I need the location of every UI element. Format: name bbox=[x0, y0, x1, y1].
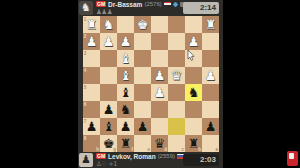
black-n-piece: ♞ bbox=[188, 85, 200, 100]
square-h7[interactable]: ♟7 bbox=[83, 118, 100, 135]
mouse-cursor-icon bbox=[187, 50, 195, 61]
square-g1[interactable]: ♞ bbox=[100, 16, 117, 33]
square-f2[interactable]: ♟ bbox=[117, 33, 134, 50]
square-e8[interactable]: e bbox=[134, 135, 151, 152]
square-f4[interactable]: ♝ bbox=[117, 67, 134, 84]
square-a4[interactable]: ♟ bbox=[202, 67, 219, 84]
black-p-piece: ♟ bbox=[137, 119, 149, 134]
square-c1[interactable] bbox=[168, 16, 185, 33]
avatar[interactable]: ♞ bbox=[79, 1, 93, 15]
square-d5[interactable]: ♟ bbox=[151, 84, 168, 101]
chess-board[interactable]: ♜1♞♚♜♟2♟♟♟3♝4♝♟♛♟5♝♟♞6♟♞♟7♝♟♟♟8h♚g♜fe♛dc… bbox=[83, 16, 219, 152]
title-badge: GM bbox=[96, 1, 106, 7]
square-g6[interactable]: ♟ bbox=[100, 101, 117, 118]
square-c3[interactable] bbox=[168, 50, 185, 67]
square-e6[interactable] bbox=[134, 101, 151, 118]
watermark-logo bbox=[287, 151, 298, 166]
player-rating: (2559) bbox=[158, 153, 175, 159]
square-h4[interactable]: 4 bbox=[83, 67, 100, 84]
square-e1[interactable]: ♚ bbox=[134, 16, 151, 33]
square-h3[interactable]: 3 bbox=[83, 50, 100, 67]
square-d7[interactable] bbox=[151, 118, 168, 135]
rank-label: 7 bbox=[84, 119, 87, 124]
black-p-piece: ♟ bbox=[103, 102, 115, 117]
rank-label: 1 bbox=[84, 17, 87, 22]
player-name[interactable]: Dr-Bassam bbox=[108, 1, 142, 8]
square-d6[interactable] bbox=[151, 101, 168, 118]
avatar[interactable]: ♟ bbox=[79, 153, 93, 167]
rank-label: 6 bbox=[84, 102, 87, 107]
square-e4[interactable] bbox=[134, 67, 151, 84]
white-q-piece: ♛ bbox=[171, 68, 183, 83]
black-b-piece: ♝ bbox=[120, 85, 132, 100]
white-p-piece: ♟ bbox=[120, 34, 132, 49]
white-p-piece: ♟ bbox=[154, 85, 166, 100]
square-d1[interactable] bbox=[151, 16, 168, 33]
watermark-logo-inner bbox=[289, 153, 294, 159]
square-b5[interactable]: ♞ bbox=[185, 84, 202, 101]
square-f7[interactable]: ♟ bbox=[117, 118, 134, 135]
square-g8[interactable]: ♚g bbox=[100, 135, 117, 152]
player-name[interactable]: Levkov, Roman bbox=[108, 153, 156, 160]
rank-label: 2 bbox=[84, 34, 87, 39]
square-e3[interactable] bbox=[134, 50, 151, 67]
square-d4[interactable]: ♟ bbox=[151, 67, 168, 84]
rank-label: 8 bbox=[84, 136, 87, 141]
file-label: b bbox=[198, 147, 201, 152]
white-r-piece: ♜ bbox=[86, 17, 98, 32]
white-p-piece: ♟ bbox=[188, 34, 200, 49]
square-c7[interactable] bbox=[168, 118, 185, 135]
title-badge: GM bbox=[96, 153, 106, 159]
square-f8[interactable]: ♜f bbox=[117, 135, 134, 152]
square-a3[interactable] bbox=[202, 50, 219, 67]
black-b-piece: ♝ bbox=[103, 119, 115, 134]
square-b7[interactable] bbox=[185, 118, 202, 135]
square-c8[interactable]: c bbox=[168, 135, 185, 152]
square-d8[interactable]: ♛d bbox=[151, 135, 168, 152]
black-p-piece: ♟ bbox=[205, 119, 217, 134]
white-p-piece: ♟ bbox=[103, 34, 115, 49]
black-p-piece: ♟ bbox=[86, 119, 98, 134]
black-p-piece: ♟ bbox=[120, 119, 132, 134]
square-e7[interactable]: ♟ bbox=[134, 118, 151, 135]
square-b2[interactable]: ♟ bbox=[185, 33, 202, 50]
square-b4[interactable] bbox=[185, 67, 202, 84]
video-frame: ♞ GM Dr-Bassam (2576) ♟♟♟ 2:14 ♟ GM Levk bbox=[0, 0, 300, 168]
white-k-piece: ♚ bbox=[137, 17, 149, 32]
square-a5[interactable] bbox=[202, 84, 219, 101]
square-c6[interactable] bbox=[168, 101, 185, 118]
square-g7[interactable]: ♝ bbox=[100, 118, 117, 135]
file-label: f bbox=[132, 147, 134, 152]
square-h2[interactable]: ♟2 bbox=[83, 33, 100, 50]
player-rating: (2576) bbox=[144, 1, 161, 7]
rank-label: 4 bbox=[84, 68, 87, 73]
file-label: d bbox=[164, 147, 167, 152]
square-d3[interactable] bbox=[151, 50, 168, 67]
white-n-piece: ♞ bbox=[103, 17, 115, 32]
square-g2[interactable]: ♟ bbox=[100, 33, 117, 50]
file-label: e bbox=[147, 147, 150, 152]
square-b1[interactable] bbox=[185, 16, 202, 33]
clock-bottom: 2:03 bbox=[183, 154, 219, 166]
square-f3[interactable]: ♝ bbox=[117, 50, 134, 67]
white-b-piece: ♝ bbox=[120, 51, 132, 66]
square-c2[interactable] bbox=[168, 33, 185, 50]
square-a1[interactable]: ♜ bbox=[202, 16, 219, 33]
square-a8[interactable]: a bbox=[202, 135, 219, 152]
white-p-piece: ♟ bbox=[86, 34, 98, 49]
file-label: a bbox=[215, 147, 218, 152]
square-f5[interactable]: ♝ bbox=[117, 84, 134, 101]
square-g3[interactable] bbox=[100, 50, 117, 67]
square-h8[interactable]: 8h bbox=[83, 135, 100, 152]
square-g5[interactable] bbox=[100, 84, 117, 101]
square-h6[interactable]: 6 bbox=[83, 101, 100, 118]
rank-label: 5 bbox=[84, 85, 87, 90]
square-h5[interactable]: 5 bbox=[83, 84, 100, 101]
square-a7[interactable]: ♟ bbox=[202, 118, 219, 135]
clock-top: 2:14 bbox=[183, 2, 219, 14]
square-h1[interactable]: ♜1 bbox=[83, 16, 100, 33]
square-b8[interactable]: ♜b bbox=[185, 135, 202, 152]
black-r-piece: ♜ bbox=[120, 136, 132, 151]
file-label: h bbox=[96, 147, 99, 152]
square-a2[interactable] bbox=[202, 33, 219, 50]
square-c5[interactable] bbox=[168, 84, 185, 101]
square-d2[interactable] bbox=[151, 33, 168, 50]
square-b6[interactable] bbox=[185, 101, 202, 118]
diamond-membership-icon bbox=[172, 1, 178, 7]
square-g4[interactable] bbox=[100, 67, 117, 84]
square-f1[interactable] bbox=[117, 16, 134, 33]
rank-label: 3 bbox=[84, 51, 87, 56]
square-e2[interactable] bbox=[134, 33, 151, 50]
black-n-piece: ♞ bbox=[120, 102, 132, 117]
square-e5[interactable] bbox=[134, 84, 151, 101]
white-b-piece: ♝ bbox=[120, 68, 132, 83]
square-f6[interactable]: ♞ bbox=[117, 101, 134, 118]
file-label: g bbox=[113, 147, 116, 152]
white-p-piece: ♟ bbox=[154, 68, 166, 83]
white-r-piece: ♜ bbox=[205, 17, 217, 32]
square-a6[interactable] bbox=[202, 101, 219, 118]
square-c4[interactable]: ♛ bbox=[168, 67, 185, 84]
white-p-piece: ♟ bbox=[205, 68, 217, 83]
federation-flag bbox=[164, 2, 171, 7]
file-label: c bbox=[181, 147, 184, 152]
